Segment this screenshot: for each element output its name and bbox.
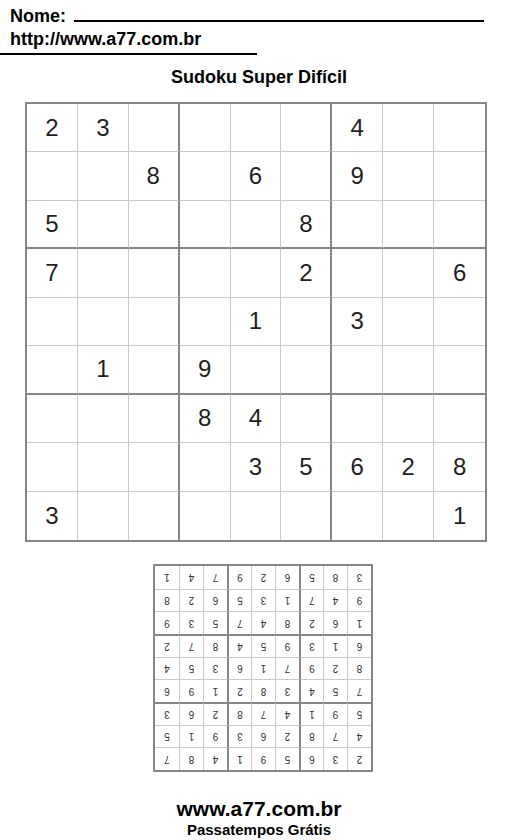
solution-cell-r7c2: 6 — [323, 611, 347, 634]
puzzle-cell-r1c6 — [281, 104, 332, 152]
solution-cell-r2c9: 5 — [155, 725, 179, 748]
puzzle-cell-r5c8 — [383, 298, 434, 346]
solution-cell-r5c9: 4 — [155, 657, 179, 680]
solution-cell-r2c2: 7 — [323, 725, 347, 748]
solution-cell-r1c5: 9 — [251, 747, 275, 770]
puzzle-cell-r2c3: 8 — [129, 152, 180, 200]
solution-cell-r7c1: 1 — [347, 611, 371, 634]
solution-cell-r5c8: 5 — [179, 657, 203, 680]
solution-cell-r9c5: 2 — [251, 566, 275, 589]
puzzle-cell-r3c7 — [332, 201, 383, 249]
solution-cell-r8c6: 5 — [227, 589, 251, 612]
solution-cell-r3c9: 3 — [155, 702, 179, 725]
puzzle-cell-r3c4 — [180, 201, 231, 249]
puzzle-cell-r5c5: 1 — [231, 298, 282, 346]
puzzle-cell-r7c5: 4 — [231, 395, 282, 443]
puzzle-cell-r3c8 — [383, 201, 434, 249]
puzzle-cell-r1c7: 4 — [332, 104, 383, 152]
puzzle-cell-r8c8: 2 — [383, 443, 434, 491]
puzzle-cell-r5c2 — [78, 298, 129, 346]
puzzle-cell-r9c7 — [332, 492, 383, 540]
solution-cell-r7c7: 5 — [203, 611, 227, 634]
puzzle-cell-r6c6 — [281, 346, 332, 394]
worksheet-page: Nome: http://www.a77.com.br Sudoku Super… — [0, 0, 518, 840]
puzzle-cell-r2c2 — [78, 152, 129, 200]
puzzle-cell-r2c9 — [434, 152, 485, 200]
solution-cell-r9c6: 9 — [227, 566, 251, 589]
puzzle-cell-r6c2: 1 — [78, 346, 129, 394]
puzzle-cell-r4c9: 6 — [434, 249, 485, 297]
puzzle-cell-r4c4 — [180, 249, 231, 297]
puzzle-cell-r9c9: 1 — [434, 492, 485, 540]
solution-cell-r7c6: 7 — [227, 611, 251, 634]
solution-cell-r3c4: 4 — [275, 702, 299, 725]
solution-cell-r2c4: 2 — [275, 725, 299, 748]
puzzle-cell-r7c3 — [129, 395, 180, 443]
solution-cell-r7c8: 3 — [179, 611, 203, 634]
solution-cell-r9c9: 1 — [155, 566, 179, 589]
solution-cell-r1c7: 4 — [203, 747, 227, 770]
puzzle-cell-r1c1: 2 — [27, 104, 78, 152]
puzzle-cell-r9c8 — [383, 492, 434, 540]
puzzle-cell-r4c6: 2 — [281, 249, 332, 297]
solution-cell-r1c3: 6 — [299, 747, 323, 770]
solution-cell-r2c3: 8 — [299, 725, 323, 748]
puzzle-cell-r4c8 — [383, 249, 434, 297]
solution-cell-r5c7: 3 — [203, 657, 227, 680]
puzzle-cell-r8c5: 3 — [231, 443, 282, 491]
solution-cell-r6c1: 6 — [347, 634, 371, 657]
puzzle-cell-r8c1 — [27, 443, 78, 491]
puzzle-cell-r6c9 — [434, 346, 485, 394]
solution-cell-r3c5: 7 — [251, 702, 275, 725]
solution-cell-r1c9: 7 — [155, 747, 179, 770]
puzzle-cell-r9c6 — [281, 492, 332, 540]
solution-cell-r9c8: 4 — [179, 566, 203, 589]
solution-cell-r6c7: 8 — [203, 634, 227, 657]
solution-cell-r6c6: 4 — [227, 634, 251, 657]
solution-cell-r2c6: 3 — [227, 725, 251, 748]
solution-cell-r4c1: 7 — [347, 679, 371, 702]
name-line: Nome: — [10, 6, 518, 28]
puzzle-cell-r9c3 — [129, 492, 180, 540]
solution-cell-r5c4: 7 — [275, 657, 299, 680]
puzzle-cell-r7c4: 8 — [180, 395, 231, 443]
solution-cell-r6c8: 7 — [179, 634, 203, 657]
solution-cell-r5c3: 9 — [299, 657, 323, 680]
puzzle-cell-r1c9 — [434, 104, 485, 152]
site-url: http://www.a77.com.br — [10, 29, 201, 49]
solution-cell-r6c9: 2 — [155, 634, 179, 657]
puzzle-cell-r8c4 — [180, 443, 231, 491]
puzzle-cell-r4c2 — [78, 249, 129, 297]
puzzle-cell-r6c4: 9 — [180, 346, 231, 394]
site-url-block: http://www.a77.com.br — [0, 28, 257, 56]
solution-cell-r2c8: 1 — [179, 725, 203, 748]
puzzle-cell-r4c3 — [129, 249, 180, 297]
puzzle-cell-r6c7 — [332, 346, 383, 394]
solution-cell-r4c9: 6 — [155, 679, 179, 702]
solution-cell-r9c7: 7 — [203, 566, 227, 589]
puzzle-cell-r9c1: 3 — [27, 492, 78, 540]
solution-cell-r1c4: 5 — [275, 747, 299, 770]
solution-cell-r7c5: 4 — [251, 611, 275, 634]
puzzle-cell-r9c5 — [231, 492, 282, 540]
puzzle-cell-r5c7: 3 — [332, 298, 383, 346]
solution-cell-r4c8: 9 — [179, 679, 203, 702]
solution-cell-r3c7: 2 — [203, 702, 227, 725]
puzzle-cell-r5c1 — [27, 298, 78, 346]
puzzle-cell-r4c5 — [231, 249, 282, 297]
solution-cell-r3c6: 8 — [227, 702, 251, 725]
puzzle-cell-r3c1: 5 — [27, 201, 78, 249]
puzzle-cell-r2c5: 6 — [231, 152, 282, 200]
puzzle-cell-r6c5 — [231, 346, 282, 394]
puzzle-cell-r6c8 — [383, 346, 434, 394]
solution-cell-r4c5: 8 — [251, 679, 275, 702]
footer-tagline: Passatempos Grátis — [0, 821, 518, 839]
solution-cell-r3c3: 1 — [299, 702, 323, 725]
sudoku-solution-grid-upside-down: 2365914874782639155914782637543821968297… — [153, 564, 373, 772]
puzzle-cell-r7c9 — [434, 395, 485, 443]
puzzle-cell-r3c6: 8 — [281, 201, 332, 249]
solution-cell-r9c3: 5 — [299, 566, 323, 589]
solution-cell-r3c1: 5 — [347, 702, 371, 725]
puzzle-cell-r3c5 — [231, 201, 282, 249]
solution-cell-r6c5: 5 — [251, 634, 275, 657]
solution-cell-r8c1: 9 — [347, 589, 371, 612]
puzzle-cell-r7c1 — [27, 395, 78, 443]
solution-cell-r7c3: 2 — [299, 611, 323, 634]
solution-cell-r1c2: 3 — [323, 747, 347, 770]
solution-cell-r1c8: 8 — [179, 747, 203, 770]
solution-cell-r2c1: 4 — [347, 725, 371, 748]
solution-cell-r5c1: 8 — [347, 657, 371, 680]
puzzle-cell-r8c3 — [129, 443, 180, 491]
puzzle-cell-r1c5 — [231, 104, 282, 152]
solution-cell-r8c3: 7 — [299, 589, 323, 612]
puzzle-cell-r9c4 — [180, 492, 231, 540]
footer-site: www.a77.com.br — [0, 798, 518, 820]
puzzle-cell-r4c7 — [332, 249, 383, 297]
puzzle-cell-r5c6 — [281, 298, 332, 346]
solution-cell-r6c2: 1 — [323, 634, 347, 657]
solution-cell-r8c2: 4 — [323, 589, 347, 612]
solution-cell-r6c3: 3 — [299, 634, 323, 657]
puzzle-cell-r3c9 — [434, 201, 485, 249]
puzzle-cell-r2c6 — [281, 152, 332, 200]
puzzle-cell-r8c9: 8 — [434, 443, 485, 491]
puzzle-cell-r1c4 — [180, 104, 231, 152]
puzzle-cell-r7c6 — [281, 395, 332, 443]
solution-cell-r4c2: 5 — [323, 679, 347, 702]
solution-cell-r3c8: 6 — [179, 702, 203, 725]
puzzle-cell-r5c4 — [180, 298, 231, 346]
puzzle-cell-r5c3 — [129, 298, 180, 346]
puzzle-cell-r2c8 — [383, 152, 434, 200]
puzzle-cell-r1c2: 3 — [78, 104, 129, 152]
puzzle-cell-r3c2 — [78, 201, 129, 249]
name-label: Nome: — [10, 6, 66, 26]
name-write-line — [74, 7, 484, 22]
page-title: Sudoku Super Difícil — [0, 68, 518, 88]
solution-cell-r7c4: 8 — [275, 611, 299, 634]
solution-cell-r5c2: 2 — [323, 657, 347, 680]
solution-cell-r5c6: 6 — [227, 657, 251, 680]
solution-cell-r8c4: 1 — [275, 589, 299, 612]
solution-cell-r1c1: 2 — [347, 747, 371, 770]
puzzle-cell-r9c2 — [78, 492, 129, 540]
solution-cell-r4c7: 1 — [203, 679, 227, 702]
puzzle-cell-r1c8 — [383, 104, 434, 152]
puzzle-cell-r6c1 — [27, 346, 78, 394]
puzzle-cell-r8c2 — [78, 443, 129, 491]
solution-cell-r1c6: 1 — [227, 747, 251, 770]
puzzle-cell-r6c3 — [129, 346, 180, 394]
solution-cell-r9c1: 3 — [347, 566, 371, 589]
solution-cell-r9c4: 6 — [275, 566, 299, 589]
puzzle-cell-r7c8 — [383, 395, 434, 443]
solution-cell-r4c4: 3 — [275, 679, 299, 702]
solution-cell-r4c3: 4 — [299, 679, 323, 702]
sudoku-puzzle-grid: 234869587261319843562831 — [25, 102, 487, 542]
solution-cell-r8c9: 8 — [155, 589, 179, 612]
puzzle-cell-r7c2 — [78, 395, 129, 443]
puzzle-cell-r2c4 — [180, 152, 231, 200]
solution-cell-r8c7: 6 — [203, 589, 227, 612]
puzzle-cell-r1c3 — [129, 104, 180, 152]
solution-cell-r4c6: 2 — [227, 679, 251, 702]
puzzle-cell-r3c3 — [129, 201, 180, 249]
puzzle-cell-r2c7: 9 — [332, 152, 383, 200]
solution-cell-r3c2: 9 — [323, 702, 347, 725]
solution-cell-r2c7: 9 — [203, 725, 227, 748]
puzzle-cell-r7c7 — [332, 395, 383, 443]
solution-cell-r8c8: 2 — [179, 589, 203, 612]
puzzle-cell-r5c9 — [434, 298, 485, 346]
footer: www.a77.com.br Passatempos Grátis — [0, 798, 518, 839]
solution-cell-r2c5: 6 — [251, 725, 275, 748]
puzzle-cell-r8c6: 5 — [281, 443, 332, 491]
puzzle-cell-r4c1: 7 — [27, 249, 78, 297]
puzzle-cell-r8c7: 6 — [332, 443, 383, 491]
solution-cell-r5c5: 1 — [251, 657, 275, 680]
solution-cell-r8c5: 3 — [251, 589, 275, 612]
puzzle-cell-r2c1 — [27, 152, 78, 200]
solution-cell-r6c4: 9 — [275, 634, 299, 657]
solution-cell-r9c2: 8 — [323, 566, 347, 589]
solution-cell-r7c9: 9 — [155, 611, 179, 634]
